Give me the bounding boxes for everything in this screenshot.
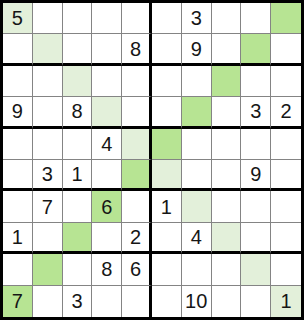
- cell-r6c6[interactable]: [152, 160, 182, 191]
- cell-r2c1[interactable]: [3, 34, 33, 65]
- cell-r5c10[interactable]: [271, 129, 301, 160]
- cell-r4c10[interactable]: 2: [271, 97, 301, 128]
- cell-r2c2[interactable]: [33, 34, 63, 65]
- cell-r7c5[interactable]: [122, 191, 152, 222]
- cell-r8c7[interactable]: 4: [182, 223, 212, 254]
- cell-r3c4[interactable]: [92, 66, 122, 97]
- cell-r9c9[interactable]: [241, 254, 271, 285]
- cell-r10c4[interactable]: [92, 286, 122, 317]
- cell-r7c9[interactable]: [241, 191, 271, 222]
- cell-r5c7[interactable]: [182, 129, 212, 160]
- cell-r6c1[interactable]: [3, 160, 33, 191]
- cell-r3c7[interactable]: [182, 66, 212, 97]
- cell-r5c8[interactable]: [212, 129, 242, 160]
- cell-r3c10[interactable]: [271, 66, 301, 97]
- cell-r9c3[interactable]: [63, 254, 93, 285]
- cell-r9c8[interactable]: [212, 254, 242, 285]
- cell-r3c8[interactable]: [212, 66, 242, 97]
- cell-r9c7[interactable]: [182, 254, 212, 285]
- cell-r5c5[interactable]: [122, 129, 152, 160]
- cell-r2c8[interactable]: [212, 34, 242, 65]
- cell-r8c2[interactable]: [33, 223, 63, 254]
- cell-r6c9[interactable]: 9: [241, 160, 271, 191]
- cell-r1c2[interactable]: [33, 3, 63, 34]
- cell-r7c6[interactable]: 1: [152, 191, 182, 222]
- cell-r6c3[interactable]: 1: [63, 160, 93, 191]
- cell-r1c4[interactable]: [92, 3, 122, 34]
- cell-r7c3[interactable]: [63, 191, 93, 222]
- cell-r10c7[interactable]: 10: [182, 286, 212, 317]
- cell-r7c7[interactable]: [182, 191, 212, 222]
- cell-r7c10[interactable]: [271, 191, 301, 222]
- cell-r10c3[interactable]: 3: [63, 286, 93, 317]
- cell-r4c4[interactable]: [92, 97, 122, 128]
- cell-r4c3[interactable]: 8: [63, 97, 93, 128]
- cell-r10c5[interactable]: [122, 286, 152, 317]
- cell-r9c1[interactable]: [3, 254, 33, 285]
- cell-r2c7[interactable]: 9: [182, 34, 212, 65]
- cell-r8c4[interactable]: [92, 223, 122, 254]
- cell-r2c6[interactable]: [152, 34, 182, 65]
- sudoku-board: 5389983243197611248673101: [0, 0, 304, 320]
- cell-r8c9[interactable]: [241, 223, 271, 254]
- cell-r7c1[interactable]: [3, 191, 33, 222]
- cell-r8c10[interactable]: [271, 223, 301, 254]
- cell-r5c2[interactable]: [33, 129, 63, 160]
- cell-r7c8[interactable]: [212, 191, 242, 222]
- cell-r3c2[interactable]: [33, 66, 63, 97]
- cell-r4c9[interactable]: 3: [241, 97, 271, 128]
- cell-r10c10[interactable]: 1: [271, 286, 301, 317]
- cell-r2c5[interactable]: 8: [122, 34, 152, 65]
- cell-r7c4[interactable]: 6: [92, 191, 122, 222]
- cell-r10c9[interactable]: [241, 286, 271, 317]
- cell-r6c4[interactable]: [92, 160, 122, 191]
- cell-r5c3[interactable]: [63, 129, 93, 160]
- cell-r4c8[interactable]: [212, 97, 242, 128]
- cell-r3c3[interactable]: [63, 66, 93, 97]
- cell-r4c6[interactable]: [152, 97, 182, 128]
- cell-r8c6[interactable]: [152, 223, 182, 254]
- cell-r4c7[interactable]: [182, 97, 212, 128]
- cell-r5c6[interactable]: [152, 129, 182, 160]
- cell-r1c3[interactable]: [63, 3, 93, 34]
- cell-r8c5[interactable]: 2: [122, 223, 152, 254]
- cell-r1c7[interactable]: 3: [182, 3, 212, 34]
- cell-r9c2[interactable]: [33, 254, 63, 285]
- cell-r1c10[interactable]: [271, 3, 301, 34]
- cell-r2c3[interactable]: [63, 34, 93, 65]
- cell-r1c9[interactable]: [241, 3, 271, 34]
- cell-r6c10[interactable]: [271, 160, 301, 191]
- cell-r6c2[interactable]: 3: [33, 160, 63, 191]
- cell-r1c6[interactable]: [152, 3, 182, 34]
- cell-r2c9[interactable]: [241, 34, 271, 65]
- cell-r2c10[interactable]: [271, 34, 301, 65]
- cell-r5c4[interactable]: 4: [92, 129, 122, 160]
- cell-r3c9[interactable]: [241, 66, 271, 97]
- cell-r1c5[interactable]: [122, 3, 152, 34]
- cell-r8c3[interactable]: [63, 223, 93, 254]
- cell-r3c5[interactable]: [122, 66, 152, 97]
- cell-r5c9[interactable]: [241, 129, 271, 160]
- cell-r8c1[interactable]: 1: [3, 223, 33, 254]
- cell-r5c1[interactable]: [3, 129, 33, 160]
- cell-r3c6[interactable]: [152, 66, 182, 97]
- cell-r6c8[interactable]: [212, 160, 242, 191]
- cell-r9c10[interactable]: [271, 254, 301, 285]
- cell-r9c4[interactable]: 8: [92, 254, 122, 285]
- cell-r4c5[interactable]: [122, 97, 152, 128]
- cell-r4c1[interactable]: 9: [3, 97, 33, 128]
- cell-r10c2[interactable]: [33, 286, 63, 317]
- cell-r6c7[interactable]: [182, 160, 212, 191]
- cell-r2c4[interactable]: [92, 34, 122, 65]
- cell-r10c1[interactable]: 7: [3, 286, 33, 317]
- cell-r10c8[interactable]: [212, 286, 242, 317]
- cell-r7c2[interactable]: 7: [33, 191, 63, 222]
- cell-r9c6[interactable]: [152, 254, 182, 285]
- cell-r6c5[interactable]: [122, 160, 152, 191]
- cell-r10c6[interactable]: [152, 286, 182, 317]
- cell-r8c8[interactable]: [212, 223, 242, 254]
- cell-r3c1[interactable]: [3, 66, 33, 97]
- cell-r4c2[interactable]: [33, 97, 63, 128]
- cell-r1c1[interactable]: 5: [3, 3, 33, 34]
- cell-r1c8[interactable]: [212, 3, 242, 34]
- cell-r9c5[interactable]: 6: [122, 254, 152, 285]
